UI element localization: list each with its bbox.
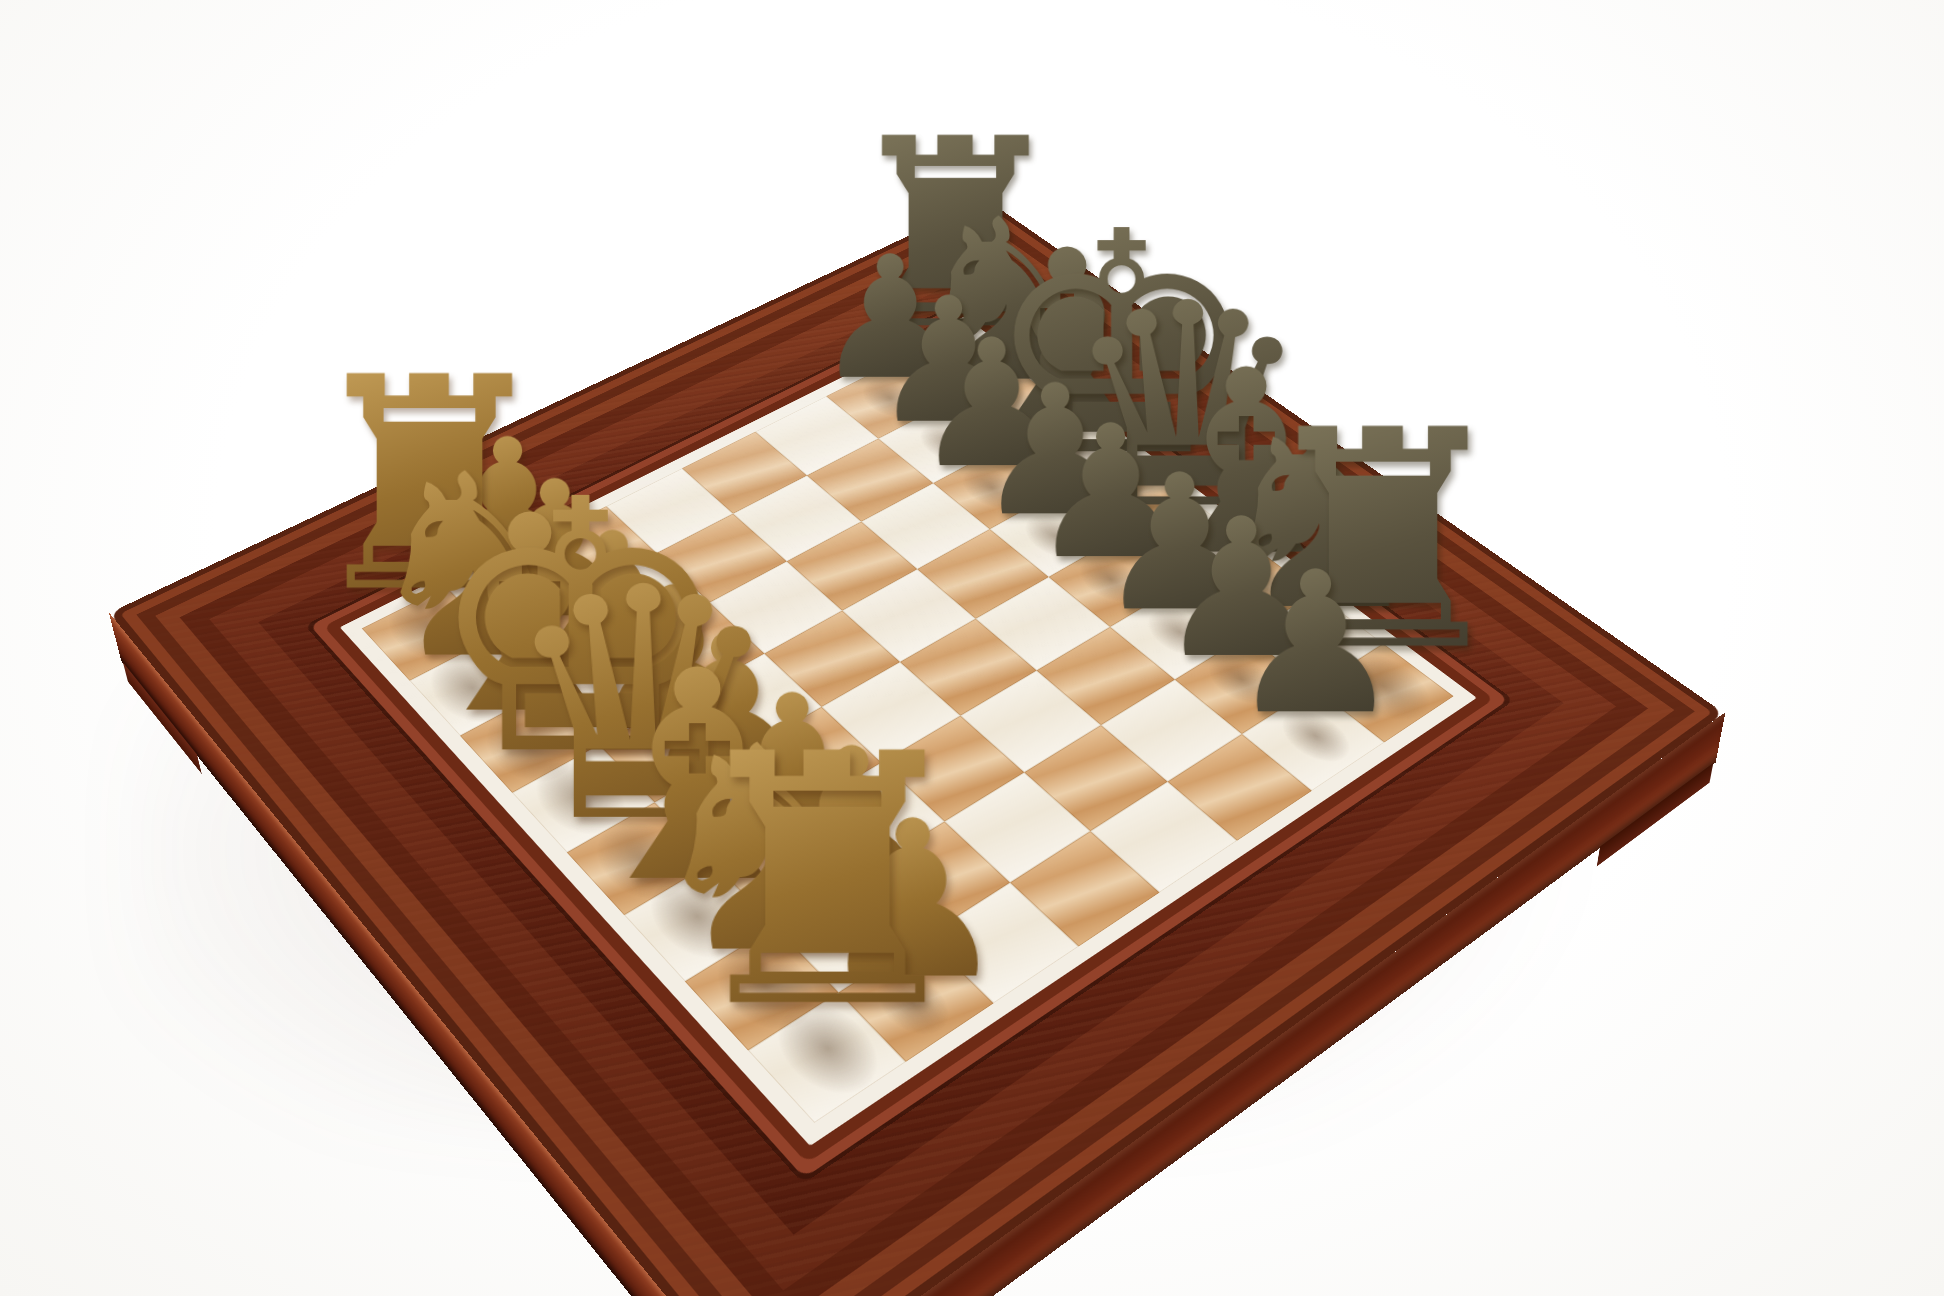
photo-stage: ♜♞♝♛♚♝♞♜♟♟♟♟♟♟♟♟♟♟♟♟♟♟♟♟♜♞♝♛♚♝♞♜ — [0, 0, 1944, 1296]
pawn-glyph: ♟ — [1228, 547, 1404, 743]
board-assembly: ♜♞♝♛♚♝♞♜♟♟♟♟♟♟♟♟♟♟♟♟♟♟♟♟♜♞♝♛♚♝♞♜ — [109, 199, 1724, 1296]
scene: ♜♞♝♛♚♝♞♜♟♟♟♟♟♟♟♟♟♟♟♟♟♟♟♟♜♞♝♛♚♝♞♜ — [0, 0, 1944, 1296]
rook-glyph: ♜ — [672, 709, 982, 1055]
